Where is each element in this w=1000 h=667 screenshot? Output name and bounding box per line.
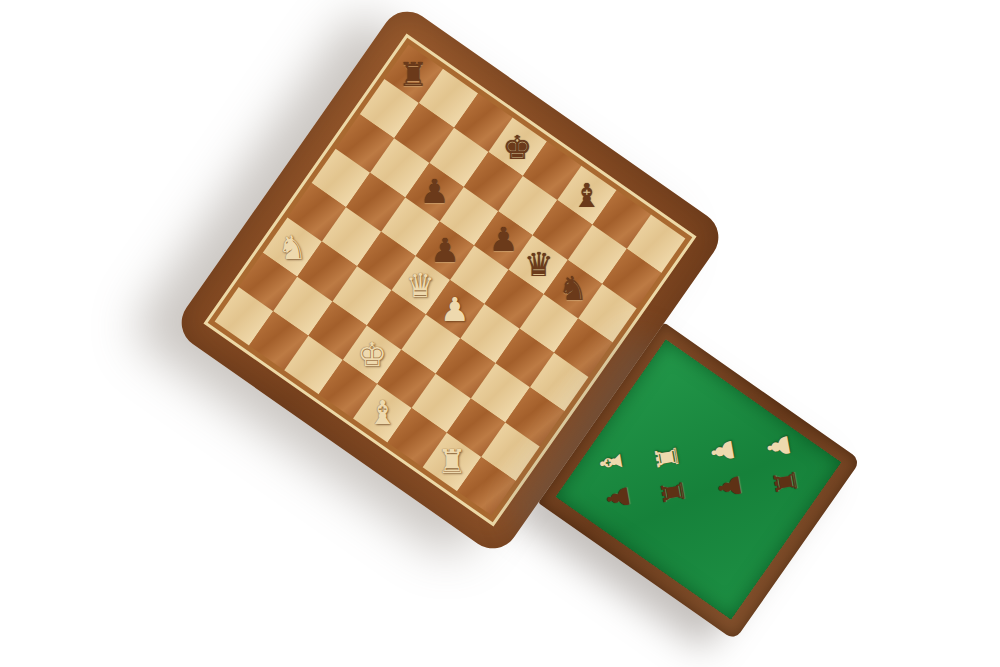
drawer-piece-dark-pawn[interactable]: ♟ (714, 471, 747, 502)
drawer-piece-dark-rook[interactable]: ♜ (658, 477, 691, 508)
dark-pawn-piece: ♟ (430, 234, 460, 267)
product-photo-scene: ♜♚♝♟♟♛♞♟♛♟♞♚♝♜ ♟♜♟♟♜♜♝♟ (0, 0, 1000, 667)
drawer-piece-white-rook[interactable]: ♜ (651, 442, 684, 473)
white-pawn-piece: ♟ (440, 293, 470, 326)
white-bishop-piece: ♝ (368, 397, 398, 430)
dark-pawn-piece: ♟ (420, 175, 450, 208)
drawer-piece-dark-rook[interactable]: ♜ (770, 466, 803, 497)
dark-bishop-piece: ♝ (572, 179, 602, 212)
white-queen-piece: ♛ (406, 269, 436, 302)
chess-box: ♜♚♝♟♟♛♞♟♛♟♞♚♝♜ ♟♜♟♟♜♜♝♟ (171, 1, 728, 558)
drawer-piece-white-pawn[interactable]: ♟ (707, 436, 740, 467)
drawer-piece-dark-pawn[interactable]: ♟ (602, 482, 635, 513)
drawer-piece-white-pawn[interactable]: ♟ (763, 431, 796, 462)
dark-queen-piece: ♛ (523, 248, 553, 281)
dark-rook-piece: ♜ (399, 58, 429, 91)
white-knight-piece: ♞ (278, 231, 308, 264)
white-rook-piece: ♜ (437, 445, 467, 478)
dark-pawn-piece: ♟ (489, 224, 519, 257)
drawer-piece-white-bishop[interactable]: ♝ (595, 447, 628, 478)
dark-king-piece: ♚ (503, 130, 533, 163)
white-king-piece: ♚ (357, 338, 387, 371)
dark-knight-piece: ♞ (558, 272, 588, 305)
